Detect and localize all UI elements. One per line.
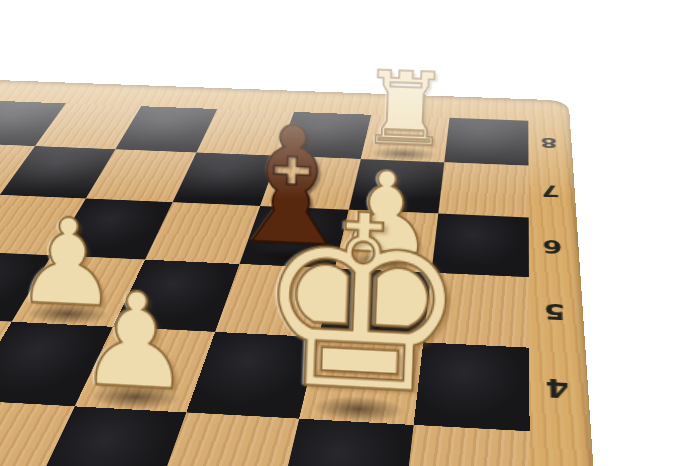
piece-white-rook[interactable]: ♜ <box>358 63 451 159</box>
rank-label-6: 6 <box>536 236 569 258</box>
piece-white-king[interactable]: ♚ <box>251 189 473 421</box>
board-grid: ♜♝♟♟♟♟♚ <box>0 98 531 466</box>
chess-board: ♜♝♟♟♟♟♚ 876543 <box>0 77 624 466</box>
square-h8[interactable] <box>444 118 528 166</box>
rank-label-8: 8 <box>535 134 564 150</box>
square-g4[interactable]: ♚ <box>299 337 423 425</box>
piece-white-pawn[interactable]: ♟ <box>76 280 195 406</box>
square-h3[interactable] <box>402 425 530 466</box>
rank-label-5: 5 <box>537 299 573 325</box>
rank-label-7: 7 <box>535 182 566 201</box>
square-g3[interactable] <box>276 419 414 466</box>
photo-background: ♜♝♟♟♟♟♚ 876543 <box>0 0 700 466</box>
rank-label-4: 4 <box>538 373 577 404</box>
rank-label-3: 3 <box>539 462 582 466</box>
